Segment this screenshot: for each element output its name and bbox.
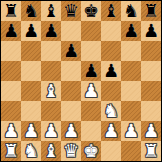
square-b8[interactable]: ♞ bbox=[21, 1, 41, 21]
square-b6[interactable] bbox=[21, 41, 41, 61]
square-f6[interactable] bbox=[101, 41, 121, 61]
square-h1[interactable]: ♜ bbox=[141, 141, 161, 161]
square-f2[interactable]: ♟ bbox=[101, 121, 121, 141]
white-rook[interactable]: ♜ bbox=[143, 141, 159, 161]
square-c3[interactable] bbox=[41, 101, 61, 121]
square-h4[interactable] bbox=[141, 81, 161, 101]
square-g3[interactable] bbox=[121, 101, 141, 121]
square-h3[interactable] bbox=[141, 101, 161, 121]
black-pawn[interactable]: ♟ bbox=[123, 21, 139, 41]
black-rook[interactable]: ♜ bbox=[143, 1, 159, 21]
square-b3[interactable] bbox=[21, 101, 41, 121]
white-pawn[interactable]: ♟ bbox=[43, 121, 59, 141]
square-d6[interactable]: ♟ bbox=[61, 41, 81, 61]
square-f1[interactable] bbox=[101, 141, 121, 161]
white-queen[interactable]: ♛ bbox=[63, 141, 79, 161]
square-e7[interactable] bbox=[81, 21, 101, 41]
white-knight[interactable]: ♞ bbox=[103, 101, 119, 121]
white-rook[interactable]: ♜ bbox=[3, 141, 19, 161]
square-h6[interactable] bbox=[141, 41, 161, 61]
square-b5[interactable] bbox=[21, 61, 41, 81]
square-d7[interactable] bbox=[61, 21, 81, 41]
square-a8[interactable]: ♜ bbox=[1, 1, 21, 21]
black-pawn[interactable]: ♟ bbox=[3, 21, 19, 41]
black-bishop[interactable]: ♝ bbox=[43, 1, 59, 21]
square-f3[interactable]: ♞ bbox=[101, 101, 121, 121]
square-c8[interactable]: ♝ bbox=[41, 1, 61, 21]
black-pawn[interactable]: ♟ bbox=[23, 21, 39, 41]
square-b7[interactable]: ♟ bbox=[21, 21, 41, 41]
square-f8[interactable]: ♝ bbox=[101, 1, 121, 21]
square-g2[interactable]: ♟ bbox=[121, 121, 141, 141]
square-f4[interactable] bbox=[101, 81, 121, 101]
square-d3[interactable] bbox=[61, 101, 81, 121]
square-c5[interactable] bbox=[41, 61, 61, 81]
square-h8[interactable]: ♜ bbox=[141, 1, 161, 21]
black-pawn[interactable]: ♟ bbox=[103, 61, 119, 81]
square-e2[interactable] bbox=[81, 121, 101, 141]
white-pawn[interactable]: ♟ bbox=[3, 121, 19, 141]
white-bishop[interactable]: ♝ bbox=[43, 141, 59, 161]
square-g1[interactable] bbox=[121, 141, 141, 161]
square-e5[interactable]: ♟ bbox=[81, 61, 101, 81]
square-a4[interactable] bbox=[1, 81, 21, 101]
square-d1[interactable]: ♛ bbox=[61, 141, 81, 161]
black-knight[interactable]: ♞ bbox=[123, 1, 139, 21]
black-bishop[interactable]: ♝ bbox=[103, 1, 119, 21]
square-e8[interactable]: ♚ bbox=[81, 1, 101, 21]
square-a1[interactable]: ♜ bbox=[1, 141, 21, 161]
square-a7[interactable]: ♟ bbox=[1, 21, 21, 41]
black-pawn[interactable]: ♟ bbox=[43, 21, 59, 41]
black-pawn[interactable]: ♟ bbox=[83, 61, 99, 81]
square-e1[interactable]: ♚ bbox=[81, 141, 101, 161]
square-d8[interactable]: ♛ bbox=[61, 1, 81, 21]
black-rook[interactable]: ♜ bbox=[3, 1, 19, 21]
square-c6[interactable] bbox=[41, 41, 61, 61]
square-a5[interactable] bbox=[1, 61, 21, 81]
white-pawn[interactable]: ♟ bbox=[143, 121, 159, 141]
square-b2[interactable]: ♟ bbox=[21, 121, 41, 141]
black-knight[interactable]: ♞ bbox=[23, 1, 39, 21]
white-pawn[interactable]: ♟ bbox=[63, 121, 79, 141]
square-a2[interactable]: ♟ bbox=[1, 121, 21, 141]
square-e6[interactable] bbox=[81, 41, 101, 61]
square-d2[interactable]: ♟ bbox=[61, 121, 81, 141]
white-knight[interactable]: ♞ bbox=[23, 141, 39, 161]
square-d5[interactable] bbox=[61, 61, 81, 81]
square-g5[interactable] bbox=[121, 61, 141, 81]
white-king[interactable]: ♚ bbox=[83, 141, 99, 161]
square-b1[interactable]: ♞ bbox=[21, 141, 41, 161]
square-a3[interactable] bbox=[1, 101, 21, 121]
white-bishop[interactable]: ♝ bbox=[43, 81, 59, 101]
white-pawn[interactable]: ♟ bbox=[103, 121, 119, 141]
square-c2[interactable]: ♟ bbox=[41, 121, 61, 141]
square-f5[interactable]: ♟ bbox=[101, 61, 121, 81]
square-g4[interactable] bbox=[121, 81, 141, 101]
square-e3[interactable] bbox=[81, 101, 101, 121]
square-c1[interactable]: ♝ bbox=[41, 141, 61, 161]
square-h7[interactable]: ♟ bbox=[141, 21, 161, 41]
square-a6[interactable] bbox=[1, 41, 21, 61]
square-e4[interactable]: ♟ bbox=[81, 81, 101, 101]
square-b4[interactable] bbox=[21, 81, 41, 101]
square-h2[interactable]: ♟ bbox=[141, 121, 161, 141]
square-c4[interactable]: ♝ bbox=[41, 81, 61, 101]
square-g8[interactable]: ♞ bbox=[121, 1, 141, 21]
chess-board: ♜♞♝♛♚♝♞♜♟♟♟♟♟♟♟♟♝♟♞♟♟♟♟♟♟♟♜♞♝♛♚♜ bbox=[0, 0, 162, 162]
black-king[interactable]: ♚ bbox=[83, 1, 99, 21]
white-pawn[interactable]: ♟ bbox=[23, 121, 39, 141]
square-g6[interactable] bbox=[121, 41, 141, 61]
square-g7[interactable]: ♟ bbox=[121, 21, 141, 41]
black-pawn[interactable]: ♟ bbox=[63, 41, 79, 61]
square-h5[interactable] bbox=[141, 61, 161, 81]
square-c7[interactable]: ♟ bbox=[41, 21, 61, 41]
white-pawn[interactable]: ♟ bbox=[83, 81, 99, 101]
square-f7[interactable] bbox=[101, 21, 121, 41]
square-d4[interactable] bbox=[61, 81, 81, 101]
black-pawn[interactable]: ♟ bbox=[143, 21, 159, 41]
black-queen[interactable]: ♛ bbox=[63, 1, 79, 21]
white-pawn[interactable]: ♟ bbox=[123, 121, 139, 141]
